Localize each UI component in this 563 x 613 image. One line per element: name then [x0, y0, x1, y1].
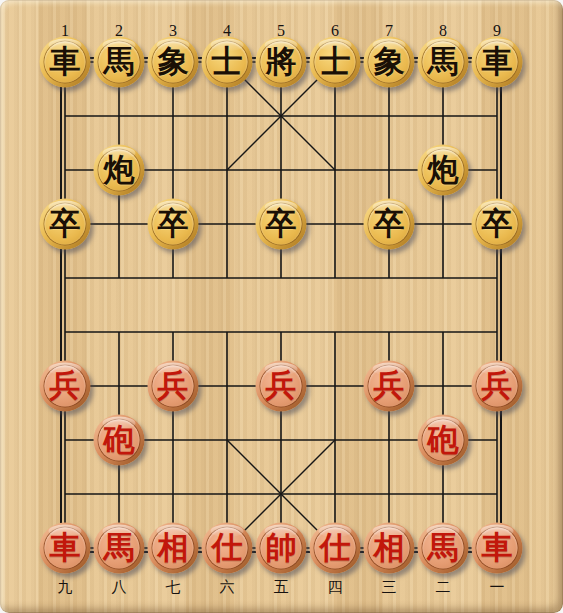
- piece-black-elephant[interactable]: 象: [364, 37, 415, 88]
- piece-black-soldier[interactable]: 卒: [472, 199, 523, 250]
- piece-glyph: 炮: [104, 154, 135, 187]
- file-label-bottom-5: 五: [274, 578, 289, 597]
- file-label-bottom-3: 七: [166, 578, 181, 597]
- piece-glyph: 兵: [482, 370, 513, 403]
- piece-black-soldier[interactable]: 卒: [148, 199, 199, 250]
- piece-glyph: 砲: [428, 424, 459, 457]
- piece-glyph: 將: [266, 46, 297, 79]
- piece-red-general[interactable]: 帥: [256, 523, 307, 574]
- piece-black-soldier[interactable]: 卒: [364, 199, 415, 250]
- piece-glyph: 卒: [50, 208, 81, 241]
- piece-black-elephant[interactable]: 象: [148, 37, 199, 88]
- piece-red-soldier[interactable]: 兵: [148, 361, 199, 412]
- piece-glyph: 象: [374, 46, 405, 79]
- piece-glyph: 兵: [158, 370, 189, 403]
- piece-glyph: 象: [158, 46, 189, 79]
- piece-glyph: 車: [50, 46, 81, 79]
- piece-glyph: 兵: [50, 370, 81, 403]
- file-label-bottom-8: 二: [436, 578, 451, 597]
- piece-red-soldier[interactable]: 兵: [472, 361, 523, 412]
- piece-glyph: 馬: [428, 532, 459, 565]
- piece-black-horse[interactable]: 馬: [418, 37, 469, 88]
- xiangqi-app: 123456789 九八七六五四三二一 車馬象士將士象馬車炮炮卒卒卒卒卒兵兵兵兵…: [0, 0, 563, 613]
- piece-black-chariot[interactable]: 車: [40, 37, 91, 88]
- piece-glyph: 士: [212, 46, 243, 79]
- piece-red-horse[interactable]: 馬: [418, 523, 469, 574]
- file-label-bottom-7: 三: [382, 578, 397, 597]
- piece-red-chariot[interactable]: 車: [40, 523, 91, 574]
- file-label-bottom-4: 六: [220, 578, 235, 597]
- file-label-bottom-6: 四: [328, 578, 343, 597]
- piece-glyph: 士: [320, 46, 351, 79]
- piece-glyph: 馬: [104, 46, 135, 79]
- file-label-bottom-2: 八: [112, 578, 127, 597]
- piece-glyph: 兵: [266, 370, 297, 403]
- piece-glyph: 車: [482, 46, 513, 79]
- piece-red-soldier[interactable]: 兵: [40, 361, 91, 412]
- piece-glyph: 車: [50, 532, 81, 565]
- piece-red-cannon[interactable]: 砲: [418, 415, 469, 466]
- piece-red-elephant[interactable]: 相: [364, 523, 415, 574]
- piece-red-advisor[interactable]: 仕: [310, 523, 361, 574]
- piece-glyph: 炮: [428, 154, 459, 187]
- piece-red-soldier[interactable]: 兵: [256, 361, 307, 412]
- piece-black-general[interactable]: 將: [256, 37, 307, 88]
- piece-glyph: 馬: [104, 532, 135, 565]
- piece-glyph: 仕: [212, 532, 243, 565]
- piece-glyph: 車: [482, 532, 513, 565]
- piece-red-chariot[interactable]: 車: [472, 523, 523, 574]
- piece-black-soldier[interactable]: 卒: [256, 199, 307, 250]
- piece-red-soldier[interactable]: 兵: [364, 361, 415, 412]
- piece-glyph: 卒: [374, 208, 405, 241]
- piece-red-advisor[interactable]: 仕: [202, 523, 253, 574]
- piece-glyph: 帥: [266, 532, 297, 565]
- piece-glyph: 馬: [428, 46, 459, 79]
- file-label-bottom-9: 一: [490, 578, 505, 597]
- piece-glyph: 卒: [158, 208, 189, 241]
- piece-glyph: 仕: [320, 532, 351, 565]
- piece-glyph: 卒: [482, 208, 513, 241]
- xiangqi-board: 123456789 九八七六五四三二一 車馬象士將士象馬車炮炮卒卒卒卒卒兵兵兵兵…: [0, 0, 563, 613]
- piece-glyph: 相: [158, 532, 189, 565]
- piece-black-cannon[interactable]: 炮: [94, 145, 145, 196]
- piece-red-horse[interactable]: 馬: [94, 523, 145, 574]
- piece-glyph: 砲: [104, 424, 135, 457]
- piece-glyph: 相: [374, 532, 405, 565]
- piece-black-horse[interactable]: 馬: [94, 37, 145, 88]
- piece-black-advisor[interactable]: 士: [310, 37, 361, 88]
- piece-red-cannon[interactable]: 砲: [94, 415, 145, 466]
- piece-red-elephant[interactable]: 相: [148, 523, 199, 574]
- file-label-bottom-1: 九: [58, 578, 73, 597]
- piece-black-chariot[interactable]: 車: [472, 37, 523, 88]
- piece-black-advisor[interactable]: 士: [202, 37, 253, 88]
- piece-glyph: 兵: [374, 370, 405, 403]
- piece-black-cannon[interactable]: 炮: [418, 145, 469, 196]
- board-grid-lines: [0, 0, 563, 613]
- piece-glyph: 卒: [266, 208, 297, 241]
- piece-black-soldier[interactable]: 卒: [40, 199, 91, 250]
